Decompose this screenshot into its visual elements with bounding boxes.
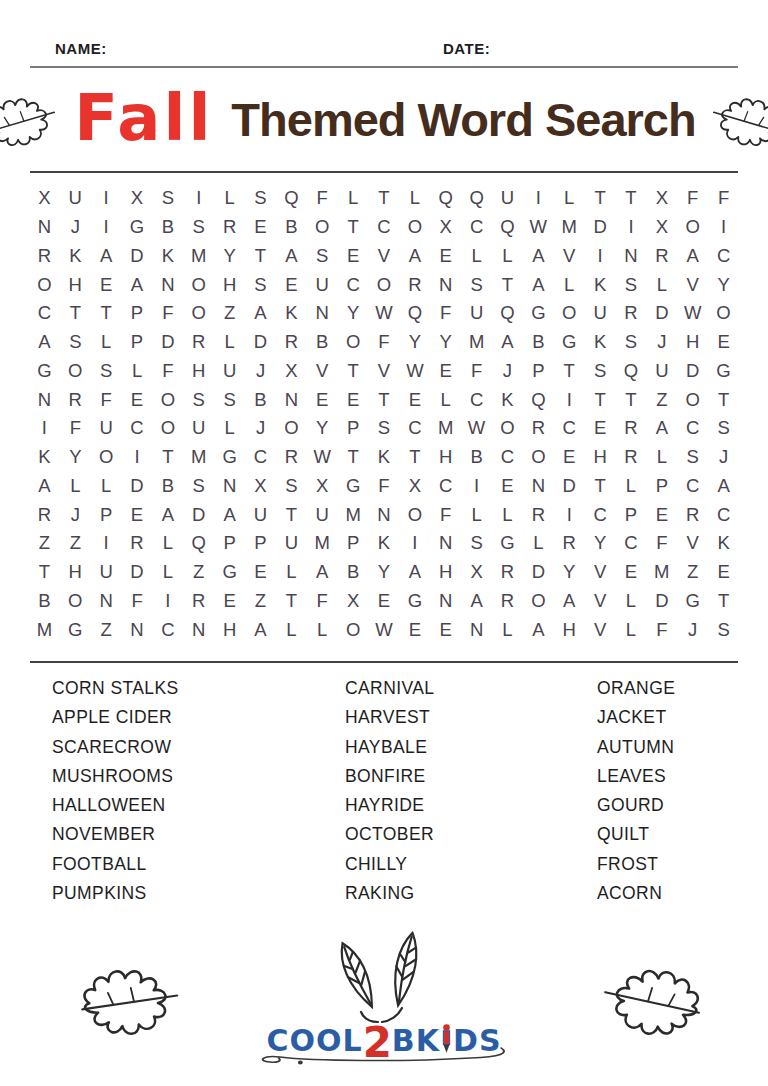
grid-cell-r10c15: B	[461, 443, 492, 472]
grid-cell-r8c23: T	[708, 385, 739, 414]
grid-cell-r8c1: N	[29, 385, 60, 414]
grid-cell-r2c20: I	[616, 213, 647, 242]
grid-cell-r13c2: Z	[60, 529, 91, 558]
grid-cell-r14c23: E	[708, 558, 739, 587]
grid-cell-r16c19: V	[585, 615, 616, 644]
grid-cell-r9c14: M	[430, 414, 461, 443]
grid-cell-r2c22: O	[677, 213, 708, 242]
grid-cell-r4c18: L	[554, 270, 585, 299]
grid-cell-r13c17: L	[523, 529, 554, 558]
grid-cell-r6c16: A	[492, 328, 523, 357]
grid-cell-r7c19: S	[585, 357, 616, 386]
grid-cell-r6c20: S	[616, 328, 647, 357]
grid-cell-r4c16: T	[492, 270, 523, 299]
grid-cell-r6c10: B	[307, 328, 338, 357]
grid-cell-r10c8: C	[245, 443, 276, 472]
grid-cell-r15c8: Z	[245, 587, 276, 616]
word-list-item: MUSHROOMS	[52, 762, 179, 791]
grid-cell-r2c7: R	[214, 213, 245, 242]
grid-cell-r10c18: E	[554, 443, 585, 472]
grid-cell-r8c3: F	[91, 385, 122, 414]
grid-cell-r2c5: B	[152, 213, 183, 242]
grid-cell-r4c15: S	[461, 270, 492, 299]
grid-cell-r10c20: R	[616, 443, 647, 472]
grid-cell-r1c16: U	[492, 184, 523, 213]
grid-cell-r12c11: M	[338, 500, 369, 529]
name-label: NAME:	[55, 40, 107, 57]
grid-cell-r2c1: N	[29, 213, 60, 242]
grid-cell-r15c9: T	[276, 587, 307, 616]
grid-cell-r6c11: O	[338, 328, 369, 357]
header-rule	[30, 66, 738, 68]
grid-cell-r3c16: L	[492, 242, 523, 271]
grid-cell-r1c7: L	[214, 184, 245, 213]
grid-cell-r14c4: D	[122, 558, 153, 587]
grid-cell-r9c11: P	[338, 414, 369, 443]
grid-cell-r13c16: G	[492, 529, 523, 558]
title-row: Fall Themed Word Search	[30, 74, 738, 168]
grid-cell-r6c12: F	[369, 328, 400, 357]
grid-cell-r3c6: M	[183, 242, 214, 271]
grid-cell-r13c10: M	[307, 529, 338, 558]
grid-cell-r9c2: F	[60, 414, 91, 443]
word-list-item: ORANGE	[597, 674, 675, 703]
grid-cell-r13c12: K	[369, 529, 400, 558]
grid-cell-r9c21: A	[646, 414, 677, 443]
grid-cell-r9c22: C	[677, 414, 708, 443]
word-search-grid: XUIXSILSQFLTLQQUILTTXFFNJIGBSREBOTCOXCQW…	[29, 184, 739, 644]
grid-cell-r2c4: G	[122, 213, 153, 242]
grid-cell-r14c21: M	[646, 558, 677, 587]
grid-cell-r15c6: R	[183, 587, 214, 616]
grid-cell-r1c14: Q	[430, 184, 461, 213]
grid-cell-r16c1: M	[29, 615, 60, 644]
grid-cell-r12c12: N	[369, 500, 400, 529]
grid-cell-r10c12: K	[369, 443, 400, 472]
grid-cell-r6c18: G	[554, 328, 585, 357]
grid-cell-r7c14: E	[430, 357, 461, 386]
grid-cell-r13c21: F	[646, 529, 677, 558]
word-list-item: HALLOWEEN	[52, 791, 179, 820]
grid-cell-r12c20: P	[616, 500, 647, 529]
grid-cell-r11c21: P	[646, 472, 677, 501]
grid-cell-r12c14: F	[430, 500, 461, 529]
grid-cell-r12c4: E	[122, 500, 153, 529]
grid-cell-r16c4: N	[122, 615, 153, 644]
simple-leaves-icon	[328, 928, 440, 1024]
grid-cell-r1c5: S	[152, 184, 183, 213]
grid-cell-r11c15: I	[461, 472, 492, 501]
grid-cell-r8c7: S	[214, 385, 245, 414]
grid-cell-r12c1: R	[29, 500, 60, 529]
word-list-item: HARVEST	[345, 703, 434, 732]
grid-cell-r1c15: Q	[461, 184, 492, 213]
grid-cell-r5c20: R	[616, 299, 647, 328]
grid-cell-r9c18: C	[554, 414, 585, 443]
grid-cell-r16c13: E	[399, 615, 430, 644]
grid-cell-r13c20: C	[616, 529, 647, 558]
grid-cell-r14c11: B	[338, 558, 369, 587]
word-list-item: RAKING	[345, 879, 434, 908]
grid-cell-r15c11: X	[338, 587, 369, 616]
grid-cell-r4c14: N	[430, 270, 461, 299]
grid-cell-r11c20: L	[616, 472, 647, 501]
grid-cell-r10c21: L	[646, 443, 677, 472]
grid-cell-r8c10: E	[307, 385, 338, 414]
grid-cell-r13c6: Q	[183, 529, 214, 558]
grid-cell-r3c17: A	[523, 242, 554, 271]
grid-cell-r13c4: R	[122, 529, 153, 558]
grid-cell-r8c12: T	[369, 385, 400, 414]
grid-cell-r4c20: S	[616, 270, 647, 299]
grid-cell-r7c18: T	[554, 357, 585, 386]
grid-cell-r15c5: I	[152, 587, 183, 616]
grid-cell-r4c7: H	[214, 270, 245, 299]
title-rule	[30, 171, 738, 173]
grid-cell-r7c12: V	[369, 357, 400, 386]
grid-cell-r4c2: H	[60, 270, 91, 299]
grid-cell-r10c3: O	[91, 443, 122, 472]
grid-cell-r2c8: E	[245, 213, 276, 242]
grid-cell-r15c3: N	[91, 587, 122, 616]
grid-cell-r11c7: N	[214, 472, 245, 501]
grid-cell-r6c7: L	[214, 328, 245, 357]
grid-cell-r3c9: A	[276, 242, 307, 271]
word-list-column-2: CARNIVALHARVESTHAYBALEBONFIREHAYRIDEOCTO…	[345, 674, 434, 908]
word-list-item: JACKET	[597, 703, 675, 732]
grid-cell-r3c18: V	[554, 242, 585, 271]
grid-cell-r5c7: Z	[214, 299, 245, 328]
grid-cell-r12c16: L	[492, 500, 523, 529]
grid-cell-r9c15: W	[461, 414, 492, 443]
grid-cell-r5c14: F	[430, 299, 461, 328]
grid-cell-r11c14: C	[430, 472, 461, 501]
grid-cell-r8c8: B	[245, 385, 276, 414]
word-list-item: LEAVES	[597, 762, 675, 791]
grid-cell-r12c10: U	[307, 500, 338, 529]
grid-cell-r7c16: J	[492, 357, 523, 386]
grid-cell-r2c14: X	[430, 213, 461, 242]
grid-cell-r3c4: D	[122, 242, 153, 271]
word-list-column-1: CORN STALKSAPPLE CIDERSCARECROWMUSHROOMS…	[52, 674, 179, 908]
grid-cell-r7c2: O	[60, 357, 91, 386]
grid-cell-r6c14: Y	[430, 328, 461, 357]
grid-cell-r15c21: D	[646, 587, 677, 616]
grid-cell-r15c13: G	[399, 587, 430, 616]
grid-cell-r1c11: L	[338, 184, 369, 213]
grid-cell-r1c20: T	[616, 184, 647, 213]
grid-cell-r8c9: N	[276, 385, 307, 414]
grid-cell-r8c22: O	[677, 385, 708, 414]
grid-cell-r1c8: S	[245, 184, 276, 213]
grid-cell-r15c17: O	[523, 587, 554, 616]
grid-cell-r14c22: Z	[677, 558, 708, 587]
grid-cell-r13c13: I	[399, 529, 430, 558]
grid-cell-r1c9: Q	[276, 184, 307, 213]
grid-cell-r14c10: A	[307, 558, 338, 587]
word-list-item: NOVEMBER	[52, 820, 179, 849]
grid-cell-r7c11: T	[338, 357, 369, 386]
grid-cell-r3c7: Y	[214, 242, 245, 271]
grid-cell-r3c22: A	[677, 242, 708, 271]
grid-cell-r14c2: H	[60, 558, 91, 587]
grid-cell-r3c15: L	[461, 242, 492, 271]
grid-cell-r7c15: F	[461, 357, 492, 386]
grid-cell-r11c17: N	[523, 472, 554, 501]
grid-cell-r3c20: N	[616, 242, 647, 271]
grid-cell-r1c18: L	[554, 184, 585, 213]
grid-cell-r14c3: U	[91, 558, 122, 587]
grid-cell-r12c23: C	[708, 500, 739, 529]
grid-cell-r12c17: R	[523, 500, 554, 529]
grid-cell-r1c23: F	[708, 184, 739, 213]
grid-cell-r2c2: J	[60, 213, 91, 242]
grid-cell-r15c16: R	[492, 587, 523, 616]
grid-cell-r10c2: Y	[60, 443, 91, 472]
grid-cell-r7c9: X	[276, 357, 307, 386]
grid-cell-r13c7: P	[214, 529, 245, 558]
grid-cell-r9c7: L	[214, 414, 245, 443]
grid-cell-r3c8: T	[245, 242, 276, 271]
grid-cell-r1c4: X	[122, 184, 153, 213]
grid-cell-r16c11: O	[338, 615, 369, 644]
grid-cell-r5c15: U	[461, 299, 492, 328]
grid-cell-r4c19: K	[585, 270, 616, 299]
grid-cell-r8c4: E	[122, 385, 153, 414]
grid-cell-r1c3: I	[91, 184, 122, 213]
grid-cell-r1c17: I	[523, 184, 554, 213]
grid-cell-r3c23: C	[708, 242, 739, 271]
word-list-item: CHILLY	[345, 850, 434, 879]
grid-cell-r15c10: F	[307, 587, 338, 616]
grid-cell-r12c6: D	[183, 500, 214, 529]
grid-cell-r16c2: G	[60, 615, 91, 644]
grid-cell-r9c8: J	[245, 414, 276, 443]
grid-cell-r2c15: C	[461, 213, 492, 242]
page-title: Themed Word Search	[231, 96, 695, 147]
grid-cell-r11c4: D	[122, 472, 153, 501]
grid-cell-r12c5: A	[152, 500, 183, 529]
grid-cell-r9c12: S	[369, 414, 400, 443]
grid-cell-r11c18: D	[554, 472, 585, 501]
grid-cell-r8c21: Z	[646, 385, 677, 414]
grid-cell-r2c13: O	[399, 213, 430, 242]
grid-cell-r16c14: E	[430, 615, 461, 644]
grid-cell-r2c21: X	[646, 213, 677, 242]
grid-cell-r8c18: I	[554, 385, 585, 414]
grid-cell-r5c3: T	[91, 299, 122, 328]
grid-cell-r7c4: L	[122, 357, 153, 386]
grid-cell-r5c6: O	[183, 299, 214, 328]
grid-cell-r1c21: X	[646, 184, 677, 213]
grid-cell-r10c7: G	[214, 443, 245, 472]
grid-cell-r15c18: A	[554, 587, 585, 616]
grid-cell-r16c18: H	[554, 615, 585, 644]
grid-cell-r12c21: E	[646, 500, 677, 529]
grid-cell-r11c8: X	[245, 472, 276, 501]
word-list-column-3: ORANGEJACKETAUTUMNLEAVESGOURDQUILTFROSTA…	[597, 674, 675, 908]
grid-cell-r7c21: U	[646, 357, 677, 386]
grid-cell-r16c7: H	[214, 615, 245, 644]
grid-cell-r12c22: R	[677, 500, 708, 529]
grid-cell-r8c6: S	[183, 385, 214, 414]
grid-cell-r1c6: I	[183, 184, 214, 213]
date-label: DATE:	[443, 40, 490, 57]
grid-cell-r9c3: U	[91, 414, 122, 443]
grid-cell-r11c16: E	[492, 472, 523, 501]
grid-cell-r2c10: O	[307, 213, 338, 242]
grid-cell-r16c12: W	[369, 615, 400, 644]
grid-cell-r10c23: J	[708, 443, 739, 472]
grid-cell-r8c13: E	[399, 385, 430, 414]
grid-cell-r3c5: K	[152, 242, 183, 271]
grid-cell-r7c3: S	[91, 357, 122, 386]
word-list-item: HAYBALE	[345, 733, 434, 762]
grid-cell-r12c15: L	[461, 500, 492, 529]
grid-cell-r3c1: R	[29, 242, 60, 271]
word-list-item: AUTUMN	[597, 733, 675, 762]
grid-cell-r13c15: S	[461, 529, 492, 558]
oak-leaf-icon	[0, 90, 60, 152]
grid-cell-r9c17: R	[523, 414, 554, 443]
grid-cell-r12c7: A	[214, 500, 245, 529]
grid-cell-r4c4: A	[122, 270, 153, 299]
grid-cell-r11c19: T	[585, 472, 616, 501]
grid-cell-r9c16: O	[492, 414, 523, 443]
grid-cell-r5c21: D	[646, 299, 677, 328]
grid-cell-r9c5: O	[152, 414, 183, 443]
grid-cell-r16c22: J	[677, 615, 708, 644]
grid-cell-r6c23: E	[708, 328, 739, 357]
grid-cell-r10c11: T	[338, 443, 369, 472]
word-list-item: HAYRIDE	[345, 791, 434, 820]
grid-cell-r9c20: R	[616, 414, 647, 443]
grid-cell-r4c9: E	[276, 270, 307, 299]
grid-cell-r16c8: A	[245, 615, 276, 644]
grid-cell-r7c1: G	[29, 357, 60, 386]
grid-cell-r8c11: E	[338, 385, 369, 414]
grid-cell-r3c12: V	[369, 242, 400, 271]
grid-cell-r16c16: L	[492, 615, 523, 644]
word-list-item: ACORN	[597, 879, 675, 908]
grid-cell-r1c12: T	[369, 184, 400, 213]
grid-cell-r14c16: R	[492, 558, 523, 587]
grid-cell-r15c22: G	[677, 587, 708, 616]
grid-cell-r11c10: X	[307, 472, 338, 501]
oak-leaf-icon	[708, 90, 768, 152]
grid-cell-r14c12: Y	[369, 558, 400, 587]
grid-cell-r12c19: C	[585, 500, 616, 529]
grid-cell-r14c7: G	[214, 558, 245, 587]
grid-cell-r11c5: B	[152, 472, 183, 501]
word-list-item: APPLE CIDER	[52, 703, 179, 732]
grid-cell-r4c22: V	[677, 270, 708, 299]
grid-cell-r6c2: S	[60, 328, 91, 357]
grid-cell-r16c6: N	[183, 615, 214, 644]
grid-cell-r7c6: H	[183, 357, 214, 386]
grid-cell-r11c13: X	[399, 472, 430, 501]
grid-cell-r10c13: T	[399, 443, 430, 472]
grid-cell-r14c17: D	[523, 558, 554, 587]
grid-cell-r5c9: K	[276, 299, 307, 328]
grid-cell-r14c18: Y	[554, 558, 585, 587]
grid-cell-r1c19: T	[585, 184, 616, 213]
grid-cell-r16c10: L	[307, 615, 338, 644]
grid-cell-r10c14: H	[430, 443, 461, 472]
grid-cell-r4c17: A	[523, 270, 554, 299]
grid-cell-r13c18: R	[554, 529, 585, 558]
grid-cell-r1c22: F	[677, 184, 708, 213]
grid-cell-r2c19: D	[585, 213, 616, 242]
grid-cell-r15c1: B	[29, 587, 60, 616]
grid-cell-r6c8: D	[245, 328, 276, 357]
grid-cell-r16c21: F	[646, 615, 677, 644]
grid-cell-r13c19: Y	[585, 529, 616, 558]
grid-cell-r10c10: W	[307, 443, 338, 472]
word-list-item: FROST	[597, 850, 675, 879]
grid-cell-r1c10: F	[307, 184, 338, 213]
grid-cell-r5c1: C	[29, 299, 60, 328]
grid-cell-r4c3: E	[91, 270, 122, 299]
grid-cell-r3c13: A	[399, 242, 430, 271]
grid-cell-r9c10: Y	[307, 414, 338, 443]
grid-cell-r6c17: B	[523, 328, 554, 357]
grid-cell-r1c13: L	[399, 184, 430, 213]
grid-cell-r10c9: R	[276, 443, 307, 472]
grid-cell-r12c13: O	[399, 500, 430, 529]
word-list-item: OCTOBER	[345, 820, 434, 849]
grid-cell-r6c4: P	[122, 328, 153, 357]
grid-cell-r12c2: J	[60, 500, 91, 529]
grid-cell-r6c9: R	[276, 328, 307, 357]
grid-cell-r8c20: T	[616, 385, 647, 414]
grid-cell-r15c23: T	[708, 587, 739, 616]
grid-cell-r5c18: O	[554, 299, 585, 328]
grid-cell-r8c19: T	[585, 385, 616, 414]
grid-cell-r3c21: R	[646, 242, 677, 271]
grid-cell-r3c14: E	[430, 242, 461, 271]
grid-cell-r6c1: A	[29, 328, 60, 357]
grid-cell-r10c4: I	[122, 443, 153, 472]
grid-cell-r9c6: U	[183, 414, 214, 443]
word-list-item: PUMPKINS	[52, 879, 179, 908]
grid-cell-r7c17: P	[523, 357, 554, 386]
grid-cell-r8c5: O	[152, 385, 183, 414]
grid-cell-r5c4: P	[122, 299, 153, 328]
grid-cell-r15c19: V	[585, 587, 616, 616]
word-list-item: CARNIVAL	[345, 674, 434, 703]
word-list-item: FOOTBALL	[52, 850, 179, 879]
grid-cell-r10c16: C	[492, 443, 523, 472]
grid-cell-r7c20: Q	[616, 357, 647, 386]
grid-cell-r7c10: V	[307, 357, 338, 386]
grid-cell-r9c1: I	[29, 414, 60, 443]
grid-cell-r16c5: C	[152, 615, 183, 644]
grid-cell-r8c2: R	[60, 385, 91, 414]
grid-cell-r4c1: O	[29, 270, 60, 299]
grid-cell-r13c1: Z	[29, 529, 60, 558]
grid-cell-r2c6: S	[183, 213, 214, 242]
grid-cell-r5c19: U	[585, 299, 616, 328]
grid-cell-r11c3: L	[91, 472, 122, 501]
grid-cell-r10c19: H	[585, 443, 616, 472]
grid-cell-r16c15: N	[461, 615, 492, 644]
grid-cell-r9c4: C	[122, 414, 153, 443]
grid-cell-r4c21: L	[646, 270, 677, 299]
grid-cell-r14c19: V	[585, 558, 616, 587]
grid-cell-r14c6: Z	[183, 558, 214, 587]
grid-cell-r5c12: W	[369, 299, 400, 328]
